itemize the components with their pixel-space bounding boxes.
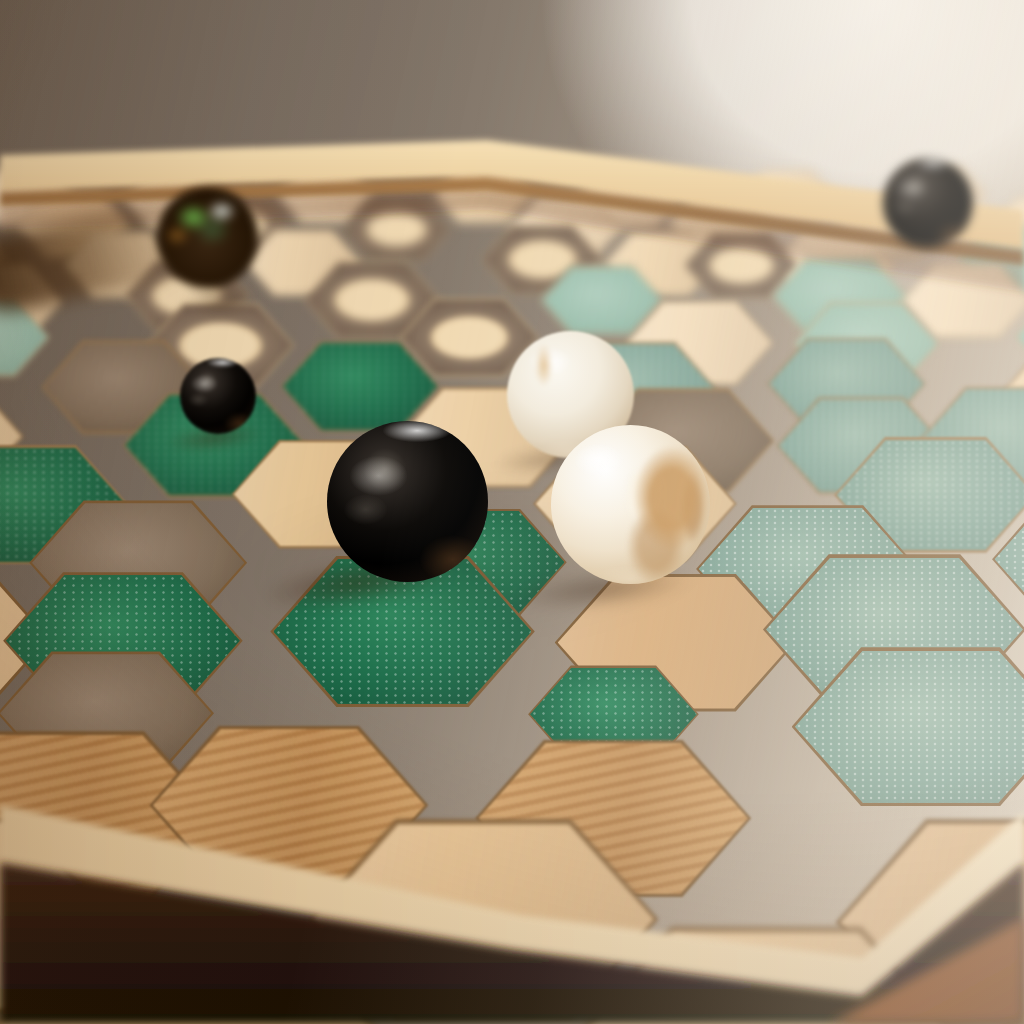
- abalone-marble[interactable]: [157, 187, 258, 288]
- black-marble-small[interactable]: [180, 358, 256, 434]
- black-marble-far[interactable]: [883, 158, 973, 248]
- white-marble-front[interactable]: [551, 425, 710, 584]
- photo-scene: [0, 0, 1024, 1024]
- black-marble-large[interactable]: [327, 421, 488, 582]
